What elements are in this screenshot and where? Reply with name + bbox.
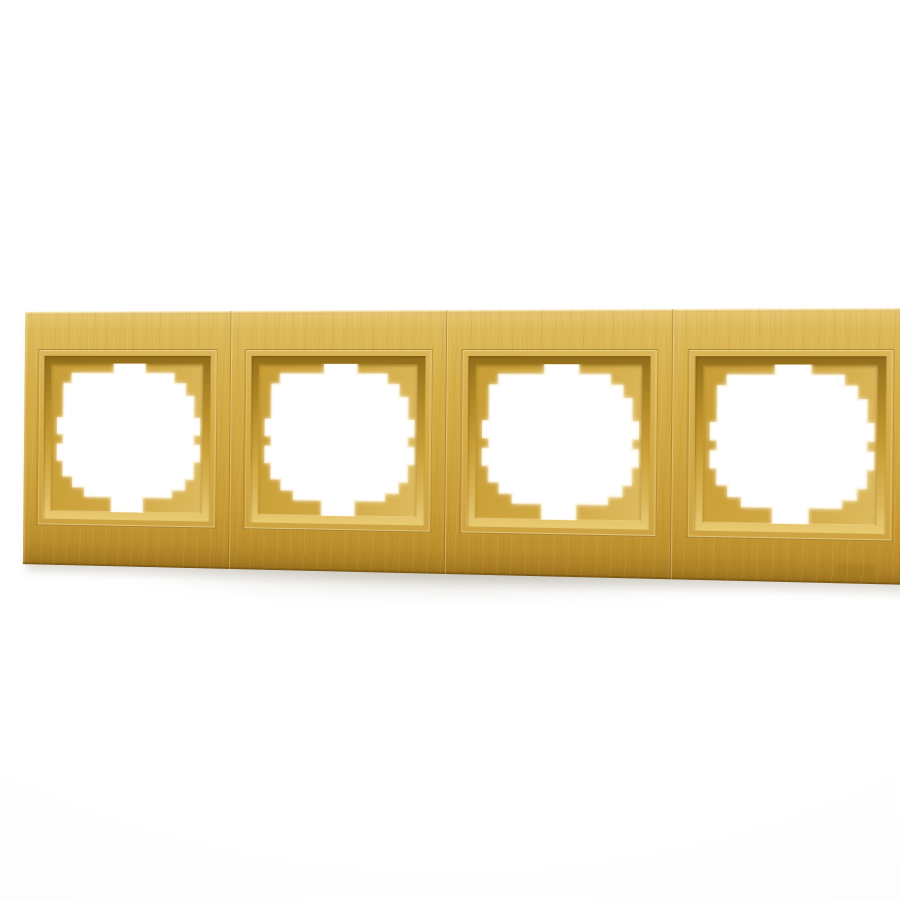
window-rim: [244, 350, 431, 532]
frame-window-2: [229, 310, 447, 574]
window-recess: [702, 364, 877, 525]
switch-frame: [23, 308, 900, 585]
cutout-opening: [50, 363, 203, 513]
window-recess: [50, 363, 203, 513]
cutout-opening: [475, 364, 642, 521]
product-photo: [0, 0, 900, 900]
window-rim: [461, 350, 657, 536]
window-recess: [475, 364, 642, 521]
frame-window-4: [671, 308, 900, 585]
embossed-logo-mark: [838, 563, 873, 574]
window-rim: [37, 350, 216, 528]
frame-face: [23, 308, 900, 585]
frame-modules: [23, 308, 900, 585]
frame-window-1: [23, 311, 232, 569]
window-recess: [258, 364, 418, 518]
window-rim: [687, 350, 893, 541]
frame-window-3: [445, 309, 674, 579]
cutout-opening: [702, 364, 877, 525]
cutout-opening: [258, 364, 418, 518]
